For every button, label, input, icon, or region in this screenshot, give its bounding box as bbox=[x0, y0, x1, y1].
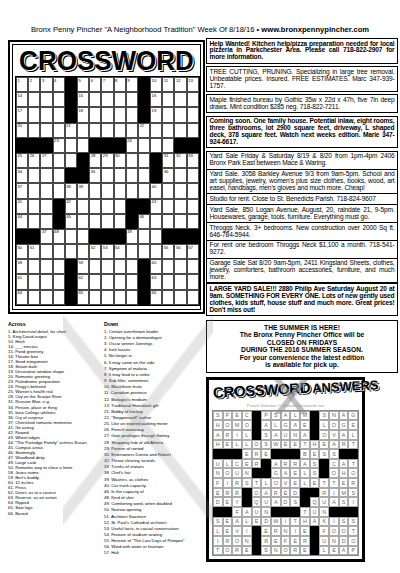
black-cell bbox=[16, 229, 28, 244]
grid-cell[interactable]: 55 bbox=[162, 244, 174, 259]
grid-cell[interactable]: 8 bbox=[114, 77, 126, 92]
cell-number: 49 bbox=[127, 229, 132, 234]
black-cell bbox=[138, 199, 150, 214]
black-cell bbox=[126, 199, 138, 214]
grid-cell[interactable] bbox=[101, 274, 113, 289]
grid-cell[interactable] bbox=[77, 244, 89, 259]
grid-cell[interactable] bbox=[162, 199, 174, 214]
solution-cell: E bbox=[242, 546, 252, 556]
cell-number: 63 bbox=[152, 275, 157, 280]
grid-cell[interactable]: 14 bbox=[16, 92, 28, 107]
grid-cell[interactable] bbox=[28, 290, 40, 305]
grid-cell[interactable]: 60 bbox=[150, 259, 162, 274]
grid-cell[interactable]: 66 bbox=[150, 290, 162, 305]
solution-cell: E bbox=[223, 497, 233, 507]
grid-cell[interactable] bbox=[126, 123, 138, 138]
solution-cell: E bbox=[281, 440, 291, 450]
black-cell bbox=[65, 290, 77, 305]
solution-cell: C bbox=[242, 411, 252, 421]
grid-cell[interactable] bbox=[101, 107, 113, 122]
grid-cell[interactable]: 2 bbox=[28, 77, 40, 92]
classified-ad: For rent one bedroom Throggs Neck $1,100… bbox=[206, 240, 398, 258]
grid-cell[interactable]: 64 bbox=[16, 290, 28, 305]
grid-cell[interactable]: 62 bbox=[77, 274, 89, 289]
grid-cell[interactable] bbox=[126, 92, 138, 107]
cell-number: 27 bbox=[42, 153, 47, 158]
grid-cell[interactable] bbox=[28, 199, 40, 214]
grid-cell[interactable] bbox=[138, 229, 150, 244]
solution-grid: SPECPSALMSNAGHOMOALGAELOGEARILSAUNAOVALH… bbox=[212, 410, 359, 557]
grid-cell[interactable]: 56 bbox=[174, 244, 186, 259]
grid-cell[interactable] bbox=[162, 274, 174, 289]
grid-cell[interactable]: 40 bbox=[150, 183, 162, 198]
grid-cell[interactable] bbox=[138, 168, 150, 183]
grid-cell[interactable] bbox=[89, 199, 101, 214]
grid-cell[interactable]: 48 bbox=[53, 229, 65, 244]
black-cell bbox=[16, 138, 28, 153]
solution-cell: L bbox=[300, 468, 310, 478]
black-cell bbox=[187, 138, 199, 153]
grid-cell[interactable]: 20 bbox=[16, 123, 28, 138]
solution-cell: A bbox=[300, 459, 310, 469]
solution-cell: A bbox=[271, 497, 281, 507]
solution-cell: T bbox=[300, 507, 310, 517]
grid-cell[interactable] bbox=[174, 199, 186, 214]
solution-cell: E bbox=[213, 488, 223, 498]
solution-cell: S bbox=[290, 497, 300, 507]
grid-cell[interactable] bbox=[174, 214, 186, 229]
grid-cell[interactable] bbox=[187, 214, 199, 229]
grid-cell[interactable]: 11 bbox=[162, 77, 174, 92]
grid-cell[interactable]: 5 bbox=[77, 77, 89, 92]
solution-cell: N bbox=[329, 536, 339, 546]
grid-cell[interactable]: 24 bbox=[126, 138, 138, 153]
solution-cell: A bbox=[213, 430, 223, 440]
cell-number: 14 bbox=[18, 93, 23, 98]
solution-cell: S bbox=[319, 411, 329, 421]
solution-cell: A bbox=[261, 488, 271, 498]
grid-cell[interactable] bbox=[40, 183, 52, 198]
grid-cell[interactable]: 12 bbox=[174, 77, 186, 92]
grid-cell[interactable]: 39 bbox=[77, 183, 89, 198]
solution-cell: S bbox=[339, 517, 349, 527]
grid-cell[interactable]: 3 bbox=[40, 77, 52, 92]
grid-cell[interactable] bbox=[138, 183, 150, 198]
grid-cell[interactable] bbox=[174, 168, 186, 183]
grid-cell[interactable]: 46 bbox=[138, 214, 150, 229]
solution-black-cell bbox=[271, 449, 281, 459]
grid-cell[interactable]: 37 bbox=[16, 183, 28, 198]
across-clues: Across 1. Architectural detail, for shor… bbox=[8, 321, 104, 557]
grid-cell[interactable]: 49 bbox=[126, 229, 138, 244]
grid-cell[interactable]: 59 bbox=[77, 259, 89, 274]
solution-black-cell bbox=[261, 459, 271, 469]
solution-cell: H bbox=[339, 468, 349, 478]
masthead: Bronx Penny Pincher "A Neighborhood Trad… bbox=[0, 25, 400, 34]
cell-number: 46 bbox=[139, 214, 144, 219]
grid-cell[interactable]: 44 bbox=[16, 214, 28, 229]
grid-cell[interactable] bbox=[162, 214, 174, 229]
grid-cell[interactable] bbox=[28, 123, 40, 138]
grid-cell[interactable] bbox=[187, 168, 199, 183]
grid-cell[interactable] bbox=[150, 214, 162, 229]
solution-cell: S bbox=[348, 517, 358, 527]
solution-cell: R bbox=[290, 459, 300, 469]
grid-cell[interactable] bbox=[114, 183, 126, 198]
grid-cell[interactable] bbox=[150, 244, 162, 259]
grid-cell[interactable] bbox=[101, 290, 113, 305]
grid-cell[interactable] bbox=[40, 274, 52, 289]
grid-cell[interactable] bbox=[65, 153, 77, 168]
grid-cell[interactable]: 26 bbox=[28, 153, 40, 168]
summer-notice-line: is available for pick up. bbox=[209, 361, 395, 369]
grid-cell[interactable]: 13 bbox=[187, 77, 199, 92]
grid-cell[interactable]: 25 bbox=[16, 153, 28, 168]
grid-cell[interactable] bbox=[162, 183, 174, 198]
grid-cell[interactable] bbox=[174, 259, 186, 274]
black-cell bbox=[77, 153, 89, 168]
black-cell bbox=[101, 138, 113, 153]
solution-cell: T bbox=[348, 526, 358, 536]
grid-cell[interactable] bbox=[28, 107, 40, 122]
solution-cell: R bbox=[339, 440, 349, 450]
grid-cell[interactable] bbox=[101, 123, 113, 138]
grid-cell[interactable] bbox=[126, 274, 138, 289]
grid-cell[interactable] bbox=[53, 244, 65, 259]
grid-cell[interactable] bbox=[53, 274, 65, 289]
grid-cell[interactable] bbox=[77, 229, 89, 244]
grid-cell[interactable]: 50 bbox=[16, 244, 28, 259]
grid-cell[interactable]: 27 bbox=[40, 153, 52, 168]
grid-cell[interactable]: 43 bbox=[150, 199, 162, 214]
solution-cell: R bbox=[348, 478, 358, 488]
solution-cell: V bbox=[232, 526, 242, 536]
grid-cell[interactable] bbox=[77, 214, 89, 229]
grid-cell[interactable] bbox=[28, 274, 40, 289]
grid-cell[interactable]: 45 bbox=[65, 214, 77, 229]
grid-cell[interactable]: 29 bbox=[101, 153, 113, 168]
grid-cell[interactable] bbox=[187, 259, 199, 274]
grid-cell[interactable] bbox=[101, 168, 113, 183]
cell-number: 33 bbox=[188, 153, 193, 158]
grid-cell[interactable] bbox=[53, 290, 65, 305]
grid-cell[interactable] bbox=[138, 153, 150, 168]
grid-cell[interactable] bbox=[114, 123, 126, 138]
grid-cell[interactable] bbox=[28, 168, 40, 183]
solution-black-cell bbox=[310, 430, 320, 440]
grid-cell[interactable] bbox=[101, 259, 113, 274]
grid-cell[interactable] bbox=[114, 259, 126, 274]
classifieds-column: Help Wanted! Kitchen help/pizza preparat… bbox=[206, 38, 398, 562]
solution-black-cell bbox=[252, 536, 262, 546]
cell-number: 2 bbox=[30, 78, 32, 83]
grid-cell[interactable] bbox=[187, 92, 199, 107]
grid-cell[interactable]: 58 bbox=[16, 259, 28, 274]
solution-black-cell bbox=[281, 507, 291, 517]
grid-cell[interactable] bbox=[126, 107, 138, 122]
grid-cell[interactable] bbox=[65, 244, 77, 259]
black-cell bbox=[65, 274, 77, 289]
solution-cell: I bbox=[290, 526, 300, 536]
grid-cell[interactable]: 10 bbox=[150, 77, 162, 92]
black-cell bbox=[150, 153, 162, 168]
cell-number: 39 bbox=[78, 184, 83, 189]
solution-black-cell bbox=[213, 449, 223, 459]
grid-cell[interactable]: 61 bbox=[16, 274, 28, 289]
grid-cell[interactable] bbox=[150, 229, 162, 244]
grid-cell[interactable]: 17 bbox=[16, 107, 28, 122]
summer-notice-line: THE SUMMER IS HERE! bbox=[209, 324, 395, 332]
grid-cell[interactable] bbox=[77, 138, 89, 153]
grid-cell[interactable]: 6 bbox=[89, 77, 101, 92]
cell-number: 25 bbox=[18, 153, 23, 158]
classified-ad: Help Wanted! Kitchen help/pizza preparat… bbox=[206, 38, 398, 64]
grid-cell[interactable] bbox=[89, 290, 101, 305]
cell-number: 45 bbox=[66, 214, 71, 219]
grid-cell[interactable] bbox=[187, 290, 199, 305]
cell-number: 42 bbox=[66, 199, 71, 204]
grid-cell[interactable]: 63 bbox=[150, 274, 162, 289]
grid-cell[interactable] bbox=[89, 92, 101, 107]
cell-number: 55 bbox=[164, 245, 169, 250]
solution-cell: C bbox=[329, 459, 339, 469]
solution-cell: A bbox=[339, 430, 349, 440]
grid-cell[interactable] bbox=[126, 244, 138, 259]
grid-cell[interactable]: 9 bbox=[126, 77, 138, 92]
cell-number: 17 bbox=[18, 108, 23, 113]
grid-cell[interactable]: 22 bbox=[138, 123, 150, 138]
solution-cell: E bbox=[339, 478, 349, 488]
grid-cell[interactable] bbox=[53, 123, 65, 138]
solution-cell: E bbox=[290, 468, 300, 478]
grid-cell[interactable] bbox=[174, 107, 186, 122]
grid-cell[interactable] bbox=[53, 92, 65, 107]
grid-cell[interactable] bbox=[53, 259, 65, 274]
grid-cell[interactable] bbox=[53, 107, 65, 122]
solution-cell: V bbox=[329, 430, 339, 440]
black-cell bbox=[114, 229, 126, 244]
solution-cell: U bbox=[213, 459, 223, 469]
solution-cell: S bbox=[310, 459, 320, 469]
grid-cell[interactable] bbox=[65, 138, 77, 153]
black-cell bbox=[65, 77, 77, 92]
grid-cell[interactable] bbox=[40, 259, 52, 274]
grid-cell[interactable] bbox=[89, 274, 101, 289]
solution-cell: O bbox=[329, 468, 339, 478]
grid-cell[interactable] bbox=[28, 183, 40, 198]
grid-cell[interactable] bbox=[114, 107, 126, 122]
grid-cell[interactable] bbox=[126, 168, 138, 183]
grid-cell[interactable] bbox=[126, 153, 138, 168]
grid-cell[interactable]: 1 bbox=[16, 77, 28, 92]
grid-cell[interactable] bbox=[187, 183, 199, 198]
grid-cell[interactable] bbox=[138, 138, 150, 153]
grid-cell[interactable] bbox=[162, 290, 174, 305]
grid-cell[interactable] bbox=[174, 274, 186, 289]
grid-cell[interactable] bbox=[174, 123, 186, 138]
solution-black-cell bbox=[290, 449, 300, 459]
cell-number: 23 bbox=[54, 138, 59, 143]
grid-cell[interactable] bbox=[101, 183, 113, 198]
black-cell bbox=[101, 229, 113, 244]
grid-cell[interactable] bbox=[187, 199, 199, 214]
cell-number: 3 bbox=[42, 78, 44, 83]
grid-cell[interactable] bbox=[28, 92, 40, 107]
solution-cell: S bbox=[261, 430, 271, 440]
grid-cell[interactable] bbox=[150, 123, 162, 138]
grid-cell[interactable] bbox=[174, 92, 186, 107]
grid-cell[interactable] bbox=[150, 138, 162, 153]
cell-number: 54 bbox=[115, 245, 120, 250]
grid-cell[interactable] bbox=[114, 290, 126, 305]
solution-cell: H bbox=[310, 440, 320, 450]
grid-cell[interactable]: 7 bbox=[101, 77, 113, 92]
grid-cell[interactable] bbox=[187, 274, 199, 289]
grid-cell[interactable] bbox=[114, 168, 126, 183]
grid-cell[interactable] bbox=[126, 259, 138, 274]
solution-cell: D bbox=[261, 517, 271, 527]
grid-cell[interactable]: 19 bbox=[150, 107, 162, 122]
solution-cell: U bbox=[319, 497, 329, 507]
grid-cell[interactable] bbox=[162, 123, 174, 138]
grid-cell[interactable] bbox=[114, 274, 126, 289]
grid-cell[interactable] bbox=[89, 123, 101, 138]
solution-cell: S bbox=[271, 411, 281, 421]
solution-cell: W bbox=[271, 517, 281, 527]
grid-cell[interactable]: 51 bbox=[28, 244, 40, 259]
grid-cell[interactable]: 57 bbox=[187, 244, 199, 259]
grid-cell[interactable]: 16 bbox=[150, 92, 162, 107]
grid-cell[interactable] bbox=[77, 199, 89, 214]
solution-cell: N bbox=[261, 507, 271, 517]
solution-cell: R bbox=[252, 449, 262, 459]
solution-cell: O bbox=[252, 488, 262, 498]
cell-number: 22 bbox=[139, 123, 144, 128]
grid-cell[interactable] bbox=[89, 214, 101, 229]
grid-cell[interactable] bbox=[40, 107, 52, 122]
solution-cell: R bbox=[290, 546, 300, 556]
grid-cell[interactable] bbox=[40, 92, 52, 107]
solution-cell: F bbox=[319, 526, 329, 536]
solution-cell: D bbox=[281, 497, 291, 507]
grid-cell[interactable] bbox=[53, 153, 65, 168]
grid-cell[interactable] bbox=[65, 229, 77, 244]
cell-number: 1 bbox=[18, 78, 20, 83]
grid-cell[interactable] bbox=[174, 183, 186, 198]
grid-cell[interactable]: 42 bbox=[65, 199, 77, 214]
black-cell bbox=[138, 274, 150, 289]
grid-cell[interactable]: 30 bbox=[114, 153, 126, 168]
solution-cell: T bbox=[290, 517, 300, 527]
grid-cell[interactable] bbox=[101, 92, 113, 107]
grid-cell[interactable] bbox=[126, 183, 138, 198]
grid-cell[interactable] bbox=[89, 183, 101, 198]
site-link[interactable]: www.bronxpennypincher.com bbox=[261, 25, 369, 34]
grid-cell[interactable] bbox=[114, 92, 126, 107]
grid-cell[interactable]: 18 bbox=[77, 107, 89, 122]
grid-cell[interactable]: 28 bbox=[89, 153, 101, 168]
cell-number: 11 bbox=[164, 78, 168, 83]
grid-cell[interactable]: 38 bbox=[65, 183, 77, 198]
grid-cell[interactable] bbox=[40, 244, 52, 259]
grid-cell[interactable] bbox=[114, 199, 126, 214]
grid-cell[interactable] bbox=[138, 244, 150, 259]
solution-cell: I bbox=[329, 517, 339, 527]
grid-cell[interactable] bbox=[28, 259, 40, 274]
grid-cell[interactable]: 65 bbox=[77, 290, 89, 305]
grid-cell[interactable]: 53 bbox=[101, 244, 113, 259]
solution-black-cell bbox=[252, 546, 262, 556]
solution-black-cell bbox=[310, 488, 320, 498]
grid-cell[interactable] bbox=[53, 183, 65, 198]
grid-cell[interactable] bbox=[162, 92, 174, 107]
solution-cell: S bbox=[242, 478, 252, 488]
grid-cell[interactable]: 36 bbox=[162, 168, 174, 183]
grid-cell[interactable] bbox=[187, 123, 199, 138]
solution-cell: E bbox=[290, 536, 300, 546]
grid-cell[interactable]: 33 bbox=[187, 153, 199, 168]
black-cell bbox=[65, 107, 77, 122]
black-cell bbox=[138, 259, 150, 274]
solution-black-cell bbox=[339, 449, 349, 459]
cell-number: 62 bbox=[78, 275, 83, 280]
grid-cell[interactable]: 31 bbox=[162, 153, 174, 168]
grid-cell[interactable]: 47 bbox=[40, 229, 52, 244]
grid-cell[interactable] bbox=[40, 214, 52, 229]
grid-cell[interactable]: 35 bbox=[89, 168, 101, 183]
grid-cell[interactable] bbox=[174, 290, 186, 305]
solution-cell: A bbox=[261, 420, 271, 430]
grid-cell[interactable]: 41 bbox=[16, 199, 28, 214]
grid-cell[interactable] bbox=[40, 123, 52, 138]
grid-cell[interactable]: 32 bbox=[174, 153, 186, 168]
grid-cell[interactable] bbox=[28, 214, 40, 229]
grid-cell[interactable]: 15 bbox=[77, 92, 89, 107]
grid-cell[interactable] bbox=[53, 168, 65, 183]
grid-cell[interactable] bbox=[162, 107, 174, 122]
grid-cell[interactable] bbox=[77, 123, 89, 138]
grid-cell[interactable] bbox=[101, 214, 113, 229]
solution-cell: E bbox=[310, 478, 320, 488]
grid-cell[interactable] bbox=[40, 168, 52, 183]
grid-cell[interactable]: 4 bbox=[53, 77, 65, 92]
grid-cell[interactable]: 52 bbox=[89, 244, 101, 259]
grid-cell[interactable]: 54 bbox=[114, 244, 126, 259]
grid-cell[interactable]: 21 bbox=[65, 123, 77, 138]
grid-cell[interactable] bbox=[40, 199, 52, 214]
solution-cell: O bbox=[223, 468, 233, 478]
solution-cell: L bbox=[271, 420, 281, 430]
grid-cell[interactable] bbox=[101, 199, 113, 214]
cell-number: 65 bbox=[78, 290, 83, 295]
grid-cell[interactable]: 34 bbox=[16, 168, 28, 183]
grid-cell[interactable] bbox=[89, 259, 101, 274]
grid-cell[interactable] bbox=[89, 107, 101, 122]
grid-cell[interactable] bbox=[126, 290, 138, 305]
solution-cell: R bbox=[271, 488, 281, 498]
cell-number: 12 bbox=[176, 78, 181, 83]
grid-cell[interactable] bbox=[40, 290, 52, 305]
grid-cell[interactable] bbox=[162, 138, 174, 153]
solution-cell: R bbox=[319, 488, 329, 498]
grid-cell[interactable] bbox=[162, 259, 174, 274]
solution-cell: A bbox=[339, 411, 349, 421]
grid-cell[interactable]: 23 bbox=[53, 138, 65, 153]
grid-cell[interactable] bbox=[114, 214, 126, 229]
classified-ad: Studio for rent. Close to St. Benedicts … bbox=[206, 193, 398, 204]
grid-cell[interactable] bbox=[187, 107, 199, 122]
black-cell bbox=[138, 77, 150, 92]
